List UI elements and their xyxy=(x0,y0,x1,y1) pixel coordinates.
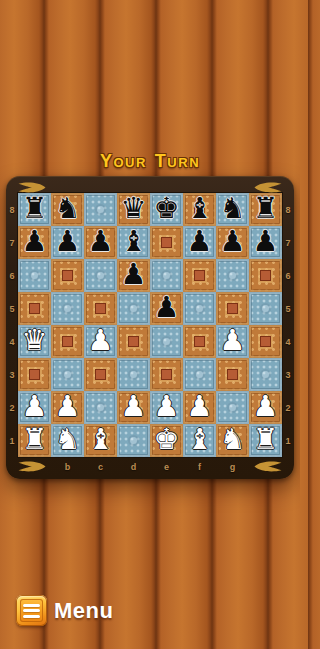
file-label-c: c xyxy=(84,457,117,475)
piece-black-pawn: ♟ xyxy=(154,291,180,324)
rank-label-3: 3 xyxy=(282,358,294,391)
piece-white-pawn: ♟ xyxy=(22,390,48,423)
square-b5[interactable] xyxy=(51,292,84,325)
rank-label-5: 5 xyxy=(6,292,18,325)
piece-white-pawn: ♟ xyxy=(154,390,180,423)
square-d8[interactable]: ♛ xyxy=(117,193,150,226)
piece-black-pawn: ♟ xyxy=(88,225,114,258)
square-e3[interactable] xyxy=(150,358,183,391)
square-e4[interactable] xyxy=(150,325,183,358)
square-a2[interactable]: ♟ xyxy=(18,391,51,424)
square-f8[interactable]: ♝ xyxy=(183,193,216,226)
menu-button[interactable]: Menu xyxy=(16,595,113,626)
square-h6[interactable] xyxy=(249,259,282,292)
square-d3[interactable] xyxy=(117,358,150,391)
chess-board: 87654321 ♜♞♛♚♝♞♜♟♟♟♝♟♟♟♟♟♛♟♟♟♟♟♟♟♟♜♞♝♚♝♞… xyxy=(6,176,294,479)
piece-white-pawn: ♟ xyxy=(121,390,147,423)
rank-labels-right: 87654321 xyxy=(282,193,294,457)
piece-white-queen: ♛ xyxy=(22,324,48,357)
square-c2[interactable] xyxy=(84,391,117,424)
square-c4[interactable]: ♟ xyxy=(84,325,117,358)
square-h3[interactable] xyxy=(249,358,282,391)
square-e5[interactable]: ♟ xyxy=(150,292,183,325)
turn-status-word: Turn xyxy=(155,151,200,172)
file-label-e: e xyxy=(150,457,183,475)
square-d7[interactable]: ♝ xyxy=(117,226,150,259)
piece-black-pawn: ♟ xyxy=(22,225,48,258)
square-g1[interactable]: ♞ xyxy=(216,424,249,457)
file-label-b: b xyxy=(51,457,84,475)
gold-flourish-icon xyxy=(17,460,47,473)
rank-label-1: 1 xyxy=(282,424,294,457)
rank-labels-left: 87654321 xyxy=(6,193,18,457)
square-h8[interactable]: ♜ xyxy=(249,193,282,226)
square-h2[interactable]: ♟ xyxy=(249,391,282,424)
square-a6[interactable] xyxy=(18,259,51,292)
square-b7[interactable]: ♟ xyxy=(51,226,84,259)
file-label-d: d xyxy=(117,457,150,475)
square-d6[interactable]: ♟ xyxy=(117,259,150,292)
square-g8[interactable]: ♞ xyxy=(216,193,249,226)
square-g2[interactable] xyxy=(216,391,249,424)
square-g5[interactable] xyxy=(216,292,249,325)
piece-white-knight: ♞ xyxy=(55,423,81,456)
rank-label-2: 2 xyxy=(6,391,18,424)
square-b3[interactable] xyxy=(51,358,84,391)
rank-label-4: 4 xyxy=(6,325,18,358)
hamburger-icon xyxy=(16,595,47,626)
piece-black-bishop: ♝ xyxy=(121,225,147,258)
square-f5[interactable] xyxy=(183,292,216,325)
square-c8[interactable] xyxy=(84,193,117,226)
square-e8[interactable]: ♚ xyxy=(150,193,183,226)
square-e7[interactable] xyxy=(150,226,183,259)
square-f6[interactable] xyxy=(183,259,216,292)
rank-label-8: 8 xyxy=(282,193,294,226)
turn-status: YourTurn xyxy=(0,151,300,172)
piece-white-rook: ♜ xyxy=(253,423,279,456)
piece-black-pawn: ♟ xyxy=(55,225,81,258)
square-a7[interactable]: ♟ xyxy=(18,226,51,259)
piece-black-pawn: ♟ xyxy=(187,225,213,258)
square-f3[interactable] xyxy=(183,358,216,391)
square-a3[interactable] xyxy=(18,358,51,391)
file-label-g: g xyxy=(216,457,249,475)
gold-flourish-icon xyxy=(17,181,47,194)
rank-label-7: 7 xyxy=(282,226,294,259)
rank-label-2: 2 xyxy=(282,391,294,424)
rank-label-3: 3 xyxy=(6,358,18,391)
piece-black-bishop: ♝ xyxy=(187,192,213,225)
square-f2[interactable]: ♟ xyxy=(183,391,216,424)
square-c5[interactable] xyxy=(84,292,117,325)
piece-black-knight: ♞ xyxy=(220,192,246,225)
piece-white-pawn: ♟ xyxy=(253,390,279,423)
piece-black-pawn: ♟ xyxy=(121,258,147,291)
square-f7[interactable]: ♟ xyxy=(183,226,216,259)
piece-white-pawn: ♟ xyxy=(55,390,81,423)
file-labels: abcdefgh xyxy=(18,457,282,475)
square-b4[interactable] xyxy=(51,325,84,358)
piece-white-king: ♚ xyxy=(154,423,180,456)
square-g4[interactable]: ♟ xyxy=(216,325,249,358)
piece-white-pawn: ♟ xyxy=(220,324,246,357)
square-f4[interactable] xyxy=(183,325,216,358)
piece-white-rook: ♜ xyxy=(22,423,48,456)
file-label-f: f xyxy=(183,457,216,475)
square-c1[interactable]: ♝ xyxy=(84,424,117,457)
square-b6[interactable] xyxy=(51,259,84,292)
square-c3[interactable] xyxy=(84,358,117,391)
square-e2[interactable]: ♟ xyxy=(150,391,183,424)
gold-flourish-icon xyxy=(253,181,283,194)
piece-black-rook: ♜ xyxy=(22,192,48,225)
piece-black-king: ♚ xyxy=(154,192,180,225)
square-e1[interactable]: ♚ xyxy=(150,424,183,457)
piece-white-pawn: ♟ xyxy=(88,324,114,357)
square-b2[interactable]: ♟ xyxy=(51,391,84,424)
rank-label-8: 8 xyxy=(6,193,18,226)
piece-black-rook: ♜ xyxy=(253,192,279,225)
rank-label-4: 4 xyxy=(282,325,294,358)
square-a1[interactable]: ♜ xyxy=(18,424,51,457)
square-d1[interactable] xyxy=(117,424,150,457)
menu-label: Menu xyxy=(54,598,113,624)
piece-white-knight: ♞ xyxy=(220,423,246,456)
square-h7[interactable]: ♟ xyxy=(249,226,282,259)
rank-label-6: 6 xyxy=(282,259,294,292)
square-a4[interactable]: ♛ xyxy=(18,325,51,358)
board-grid: ♜♞♛♚♝♞♜♟♟♟♝♟♟♟♟♟♛♟♟♟♟♟♟♟♟♜♞♝♚♝♞♜ xyxy=(18,193,282,457)
square-d4[interactable] xyxy=(117,325,150,358)
rank-label-6: 6 xyxy=(6,259,18,292)
piece-black-knight: ♞ xyxy=(55,192,81,225)
square-g6[interactable] xyxy=(216,259,249,292)
rank-label-7: 7 xyxy=(6,226,18,259)
square-d2[interactable]: ♟ xyxy=(117,391,150,424)
piece-black-pawn: ♟ xyxy=(220,225,246,258)
square-c6[interactable] xyxy=(84,259,117,292)
square-g3[interactable] xyxy=(216,358,249,391)
chess-app-screen: { "game": "chess", "position": { "fen": … xyxy=(0,0,300,649)
piece-white-bishop: ♝ xyxy=(187,423,213,456)
square-g7[interactable]: ♟ xyxy=(216,226,249,259)
square-a5[interactable] xyxy=(18,292,51,325)
square-h1[interactable]: ♜ xyxy=(249,424,282,457)
square-f1[interactable]: ♝ xyxy=(183,424,216,457)
square-e6[interactable] xyxy=(150,259,183,292)
square-b1[interactable]: ♞ xyxy=(51,424,84,457)
piece-black-queen: ♛ xyxy=(121,192,147,225)
gold-flourish-icon xyxy=(253,460,283,473)
square-h5[interactable] xyxy=(249,292,282,325)
square-c7[interactable]: ♟ xyxy=(84,226,117,259)
piece-black-pawn: ♟ xyxy=(253,225,279,258)
rank-label-1: 1 xyxy=(6,424,18,457)
piece-white-bishop: ♝ xyxy=(88,423,114,456)
board-layout: 87654321 ♜♞♛♚♝♞♜♟♟♟♝♟♟♟♟♟♛♟♟♟♟♟♟♟♟♜♞♝♚♝♞… xyxy=(6,193,294,475)
square-b8[interactable]: ♞ xyxy=(51,193,84,226)
piece-white-pawn: ♟ xyxy=(187,390,213,423)
square-a8[interactable]: ♜ xyxy=(18,193,51,226)
square-h4[interactable] xyxy=(249,325,282,358)
rank-label-5: 5 xyxy=(282,292,294,325)
square-d5[interactable] xyxy=(117,292,150,325)
turn-status-word: Your xyxy=(100,151,147,172)
